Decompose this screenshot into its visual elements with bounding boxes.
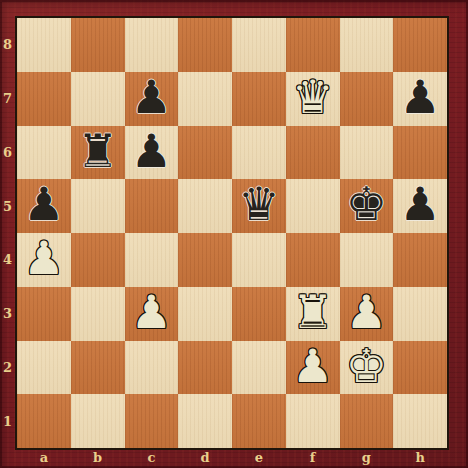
piece-black-king[interactable]: ♚ <box>346 178 387 232</box>
square-e3[interactable] <box>232 287 286 341</box>
square-f6[interactable] <box>286 126 340 180</box>
piece-black-rook[interactable]: ♜ <box>77 125 118 179</box>
square-e4[interactable] <box>232 233 286 287</box>
square-a1[interactable] <box>17 394 71 448</box>
square-g5[interactable]: ♚ <box>340 179 394 233</box>
square-d4[interactable] <box>178 233 232 287</box>
square-d1[interactable] <box>178 394 232 448</box>
square-f7[interactable]: ♛ <box>286 72 340 126</box>
square-a5[interactable]: ♟ <box>17 179 71 233</box>
square-h7[interactable]: ♟ <box>393 72 447 126</box>
square-c6[interactable]: ♟ <box>125 126 179 180</box>
rank-label-6: 6 <box>0 126 15 180</box>
square-d6[interactable] <box>178 126 232 180</box>
square-c8[interactable] <box>125 18 179 72</box>
rank-labels: 87654321 <box>0 18 15 448</box>
square-c3[interactable]: ♟ <box>125 287 179 341</box>
rank-label-2: 2 <box>0 341 15 395</box>
piece-black-queen[interactable]: ♛ <box>238 178 279 232</box>
square-g2[interactable]: ♚ <box>340 341 394 395</box>
square-e7[interactable] <box>232 72 286 126</box>
square-e6[interactable] <box>232 126 286 180</box>
square-g3[interactable]: ♟ <box>340 287 394 341</box>
rank-label-3: 3 <box>0 287 15 341</box>
rank-label-8: 8 <box>0 18 15 72</box>
square-h4[interactable] <box>393 233 447 287</box>
file-label-f: f <box>286 448 340 466</box>
piece-white-queen[interactable]: ♛ <box>292 71 333 125</box>
square-f4[interactable] <box>286 233 340 287</box>
square-f8[interactable] <box>286 18 340 72</box>
square-h5[interactable]: ♟ <box>393 179 447 233</box>
chess-diagram: 87654321 ♟♛♟♜♟♟♛♚♟♟♟♜♟♟♚ abcdefgh <box>0 0 468 468</box>
square-f1[interactable] <box>286 394 340 448</box>
square-e2[interactable] <box>232 341 286 395</box>
rank-label-7: 7 <box>0 72 15 126</box>
square-a4[interactable]: ♟ <box>17 233 71 287</box>
file-label-b: b <box>71 448 125 466</box>
piece-white-pawn[interactable]: ♟ <box>131 286 172 340</box>
square-b5[interactable] <box>71 179 125 233</box>
square-f2[interactable]: ♟ <box>286 341 340 395</box>
piece-white-pawn[interactable]: ♟ <box>23 232 64 286</box>
square-h2[interactable] <box>393 341 447 395</box>
file-label-a: a <box>17 448 71 466</box>
file-label-e: e <box>232 448 286 466</box>
square-d8[interactable] <box>178 18 232 72</box>
piece-white-rook[interactable]: ♜ <box>292 286 333 340</box>
square-g8[interactable] <box>340 18 394 72</box>
square-c4[interactable] <box>125 233 179 287</box>
file-label-h: h <box>393 448 447 466</box>
rank-label-1: 1 <box>0 394 15 448</box>
piece-white-pawn[interactable]: ♟ <box>292 340 333 394</box>
square-g1[interactable] <box>340 394 394 448</box>
square-b1[interactable] <box>71 394 125 448</box>
square-b2[interactable] <box>71 341 125 395</box>
piece-white-king[interactable]: ♚ <box>346 340 387 394</box>
square-b8[interactable] <box>71 18 125 72</box>
square-d7[interactable] <box>178 72 232 126</box>
square-h3[interactable] <box>393 287 447 341</box>
square-g6[interactable] <box>340 126 394 180</box>
square-c1[interactable] <box>125 394 179 448</box>
rank-label-4: 4 <box>0 233 15 287</box>
square-b6[interactable]: ♜ <box>71 126 125 180</box>
square-g7[interactable] <box>340 72 394 126</box>
square-h1[interactable] <box>393 394 447 448</box>
file-label-c: c <box>125 448 179 466</box>
square-h8[interactable] <box>393 18 447 72</box>
file-label-d: d <box>178 448 232 466</box>
square-d2[interactable] <box>178 341 232 395</box>
square-a2[interactable] <box>17 341 71 395</box>
square-a8[interactable] <box>17 18 71 72</box>
square-a3[interactable] <box>17 287 71 341</box>
piece-black-pawn[interactable]: ♟ <box>400 178 441 232</box>
square-f5[interactable] <box>286 179 340 233</box>
square-b3[interactable] <box>71 287 125 341</box>
square-a7[interactable] <box>17 72 71 126</box>
square-f3[interactable]: ♜ <box>286 287 340 341</box>
piece-white-pawn[interactable]: ♟ <box>346 286 387 340</box>
square-b4[interactable] <box>71 233 125 287</box>
chessboard: ♟♛♟♜♟♟♛♚♟♟♟♜♟♟♚ <box>15 16 449 450</box>
square-c2[interactable] <box>125 341 179 395</box>
piece-black-pawn[interactable]: ♟ <box>23 178 64 232</box>
piece-black-pawn[interactable]: ♟ <box>131 71 172 125</box>
square-d5[interactable] <box>178 179 232 233</box>
square-a6[interactable] <box>17 126 71 180</box>
rank-label-5: 5 <box>0 179 15 233</box>
square-b7[interactable] <box>71 72 125 126</box>
piece-black-pawn[interactable]: ♟ <box>131 125 172 179</box>
square-e1[interactable] <box>232 394 286 448</box>
square-h6[interactable] <box>393 126 447 180</box>
square-g4[interactable] <box>340 233 394 287</box>
file-labels: abcdefgh <box>17 448 447 466</box>
square-d3[interactable] <box>178 287 232 341</box>
square-e5[interactable]: ♛ <box>232 179 286 233</box>
square-c5[interactable] <box>125 179 179 233</box>
piece-black-pawn[interactable]: ♟ <box>400 71 441 125</box>
square-c7[interactable]: ♟ <box>125 72 179 126</box>
file-label-g: g <box>340 448 394 466</box>
square-e8[interactable] <box>232 18 286 72</box>
